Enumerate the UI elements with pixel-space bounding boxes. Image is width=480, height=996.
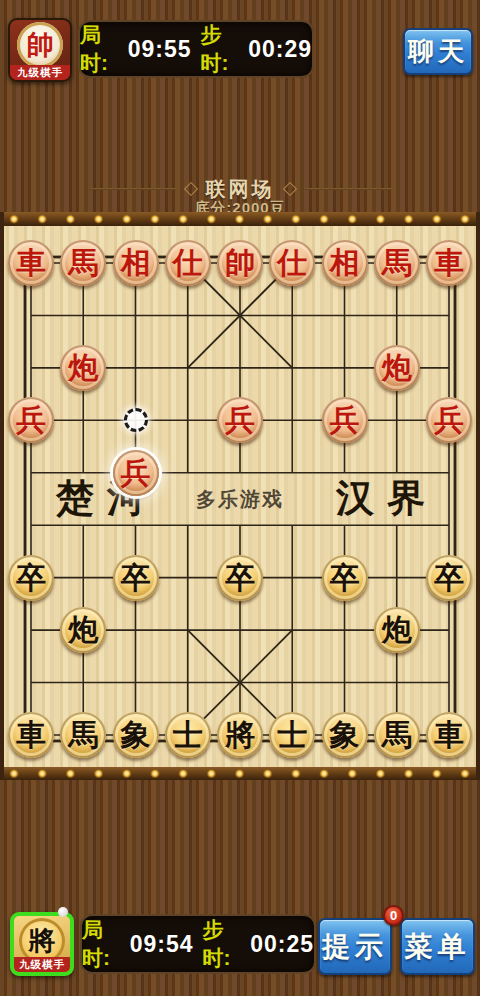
piece-black-炮[interactable]: 炮 xyxy=(374,607,420,653)
bottom-game-time-value: 09:54 xyxy=(130,931,194,958)
piece-red-車[interactable]: 車 xyxy=(8,240,54,286)
bottom-player-rank: 九级棋手 xyxy=(14,957,70,972)
board-point-r1c3 xyxy=(162,289,214,341)
piece-red-炮[interactable]: 炮 xyxy=(374,345,420,391)
board-point-r6c6: 卒 xyxy=(318,551,370,603)
board-point-r1c1 xyxy=(57,289,109,341)
piece-red-帥[interactable]: 帥 xyxy=(217,240,263,286)
board-point-r0c1: 馬 xyxy=(57,237,109,289)
board-point-r8c2 xyxy=(109,656,161,708)
board-point-r3c2[interactable] xyxy=(109,394,161,446)
board-point-r4c3 xyxy=(162,447,214,499)
bottom-move-time-label: 步时: xyxy=(203,916,242,972)
bottom-player-avatar[interactable]: 將 九级棋手 xyxy=(10,912,74,976)
board-point-r7c3 xyxy=(162,604,214,656)
board-point-r4c1 xyxy=(57,447,109,499)
piece-red-車[interactable]: 車 xyxy=(426,240,472,286)
board-frame-top xyxy=(0,212,480,226)
top-move-time-label: 步时: xyxy=(201,21,240,77)
board-point-r1c0 xyxy=(5,289,57,341)
board-point-r1c7 xyxy=(371,289,423,341)
bottom-player-clock: 局时: 09:54 步时: 00:25 xyxy=(80,914,316,974)
board-point-r8c6 xyxy=(318,656,370,708)
board-point-r4c5 xyxy=(266,447,318,499)
board-point-r6c0: 卒 xyxy=(5,551,57,603)
chat-button[interactable]: 聊天 xyxy=(403,28,473,75)
board-point-r4c2: 兵 xyxy=(109,447,161,499)
board-point-r1c5 xyxy=(266,289,318,341)
board-point-r6c8: 卒 xyxy=(423,551,475,603)
board-point-r7c4 xyxy=(214,604,266,656)
red-general-avatar-piece: 帥 xyxy=(17,22,63,68)
board-point-r8c4 xyxy=(214,656,266,708)
board-point-r9c6: 象 xyxy=(318,709,370,761)
board-point-r2c7: 炮 xyxy=(371,342,423,394)
board-point-r0c4: 帥 xyxy=(214,237,266,289)
board-point-r8c0 xyxy=(5,656,57,708)
piece-red-相[interactable]: 相 xyxy=(322,240,368,286)
board-point-r4c4 xyxy=(214,447,266,499)
hint-button[interactable]: 提示 xyxy=(318,918,392,975)
piece-red-兵[interactable]: 兵 xyxy=(113,450,159,496)
piece-black-馬[interactable]: 馬 xyxy=(60,712,106,758)
board-point-r9c2: 象 xyxy=(109,709,161,761)
board-point-r2c5 xyxy=(266,342,318,394)
board-point-r0c7: 馬 xyxy=(371,237,423,289)
board-point-r4c7 xyxy=(371,447,423,499)
board-point-r5c2 xyxy=(109,499,161,551)
board-point-r2c8 xyxy=(423,342,475,394)
board-point-r7c8 xyxy=(423,604,475,656)
bottom-game-time-label: 局时: xyxy=(82,916,121,972)
board-frame-bottom xyxy=(0,767,480,780)
bottom-move-time-value: 00:25 xyxy=(250,931,314,958)
last-move-origin-marker xyxy=(124,408,148,432)
piece-black-將[interactable]: 將 xyxy=(217,712,263,758)
piece-black-卒[interactable]: 卒 xyxy=(322,555,368,601)
board-point-r3c4: 兵 xyxy=(214,394,266,446)
board-point-r0c5: 仕 xyxy=(266,237,318,289)
board-point-r1c4 xyxy=(214,289,266,341)
arena-deco-diamond-left xyxy=(183,182,197,196)
piece-black-馬[interactable]: 馬 xyxy=(374,712,420,758)
arena-deco-line-left xyxy=(90,188,176,190)
piece-black-車[interactable]: 車 xyxy=(8,712,54,758)
board-point-r9c5: 士 xyxy=(266,709,318,761)
board-point-r2c3 xyxy=(162,342,214,394)
board-point-r0c2: 相 xyxy=(109,237,161,289)
board-point-r8c3 xyxy=(162,656,214,708)
board-point-r7c7: 炮 xyxy=(371,604,423,656)
piece-black-卒[interactable]: 卒 xyxy=(8,555,54,601)
board-point-r8c7 xyxy=(371,656,423,708)
board-point-r9c3: 士 xyxy=(162,709,214,761)
board-point-r6c2: 卒 xyxy=(109,551,161,603)
board-point-r1c8 xyxy=(423,289,475,341)
piece-red-相[interactable]: 相 xyxy=(113,240,159,286)
board-point-r7c0 xyxy=(5,604,57,656)
top-player-rank: 九级棋手 xyxy=(10,65,70,80)
board-point-r4c8 xyxy=(423,447,475,499)
board-frame-right xyxy=(476,212,480,780)
board-point-r2c6 xyxy=(318,342,370,394)
board-point-r4c0 xyxy=(5,447,57,499)
board-point-r0c6: 相 xyxy=(318,237,370,289)
arena-caption-row: 联网场 xyxy=(0,178,480,200)
menu-button[interactable]: 菜单 xyxy=(400,918,475,975)
arena-deco-diamond-right xyxy=(282,182,296,196)
board-point-r6c5 xyxy=(266,551,318,603)
board-point-r7c1: 炮 xyxy=(57,604,109,656)
board-point-r7c5 xyxy=(266,604,318,656)
piece-black-卒[interactable]: 卒 xyxy=(217,555,263,601)
piece-black-象[interactable]: 象 xyxy=(322,712,368,758)
piece-black-卒[interactable]: 卒 xyxy=(113,555,159,601)
board-point-r3c8: 兵 xyxy=(423,394,475,446)
top-player-avatar[interactable]: 帥 九级棋手 xyxy=(8,18,72,82)
board-point-r2c1: 炮 xyxy=(57,342,109,394)
board-point-r5c1 xyxy=(57,499,109,551)
top-game-time-label: 局时: xyxy=(80,21,119,77)
xiangqi-board[interactable]: 楚河 汉界 多乐游戏 車馬相仕帥仕相馬車炮炮兵兵兵兵兵卒卒卒卒卒炮炮車馬象士將士… xyxy=(0,226,480,767)
board-point-r9c0: 車 xyxy=(5,709,57,761)
top-player-clock: 局时: 09:55 步时: 00:29 xyxy=(78,20,314,78)
game-screen: { "game": "xiangqi (Chinese chess)", "ch… xyxy=(0,0,480,996)
board-point-r5c5 xyxy=(266,499,318,551)
board-point-r5c4 xyxy=(214,499,266,551)
piece-black-車[interactable]: 車 xyxy=(426,712,472,758)
piece-red-兵[interactable]: 兵 xyxy=(217,397,263,443)
board-point-r7c6 xyxy=(318,604,370,656)
top-move-time-value: 00:29 xyxy=(248,36,312,63)
board-point-r1c2 xyxy=(109,289,161,341)
board-point-r7c2 xyxy=(109,604,161,656)
board-point-r3c1 xyxy=(57,394,109,446)
board-point-r3c3 xyxy=(162,394,214,446)
board-point-r5c7 xyxy=(371,499,423,551)
board-frame-left xyxy=(0,212,4,780)
board-point-r6c3 xyxy=(162,551,214,603)
arena-deco-line-right xyxy=(305,188,391,190)
piece-black-炮[interactable]: 炮 xyxy=(60,607,106,653)
piece-red-兵[interactable]: 兵 xyxy=(8,397,54,443)
board-point-r2c0 xyxy=(5,342,57,394)
board-point-r8c1 xyxy=(57,656,109,708)
piece-black-士[interactable]: 士 xyxy=(165,712,211,758)
piece-black-士[interactable]: 士 xyxy=(269,712,315,758)
board-pieces-grid: 車馬相仕帥仕相馬車炮炮兵兵兵兵兵卒卒卒卒卒炮炮車馬象士將士象馬車 xyxy=(5,237,475,761)
board-point-r9c7: 馬 xyxy=(371,709,423,761)
board-point-r1c6 xyxy=(318,289,370,341)
board-point-r0c3: 仕 xyxy=(162,237,214,289)
board-point-r9c1: 馬 xyxy=(57,709,109,761)
piece-red-炮[interactable]: 炮 xyxy=(60,345,106,391)
board-point-r3c7 xyxy=(371,394,423,446)
piece-black-卒[interactable]: 卒 xyxy=(426,555,472,601)
piece-red-仕[interactable]: 仕 xyxy=(269,240,315,286)
board-point-r5c0 xyxy=(5,499,57,551)
piece-red-馬[interactable]: 馬 xyxy=(60,240,106,286)
board-point-r6c7 xyxy=(371,551,423,603)
board-point-r2c4 xyxy=(214,342,266,394)
board-point-r5c6 xyxy=(318,499,370,551)
board-point-r4c6 xyxy=(318,447,370,499)
presence-dot xyxy=(58,907,68,917)
piece-red-兵[interactable]: 兵 xyxy=(322,397,368,443)
piece-red-兵[interactable]: 兵 xyxy=(426,397,472,443)
board-point-r6c4: 卒 xyxy=(214,551,266,603)
board-point-r5c3 xyxy=(162,499,214,551)
board-point-r9c8: 車 xyxy=(423,709,475,761)
board-point-r2c2 xyxy=(109,342,161,394)
board-point-r0c0: 車 xyxy=(5,237,57,289)
piece-black-象[interactable]: 象 xyxy=(113,712,159,758)
board-point-r5c8 xyxy=(423,499,475,551)
board-point-r8c5 xyxy=(266,656,318,708)
piece-red-仕[interactable]: 仕 xyxy=(165,240,211,286)
board-point-r3c0: 兵 xyxy=(5,394,57,446)
hint-badge: 0 xyxy=(383,905,404,926)
board-point-r6c1 xyxy=(57,551,109,603)
board-point-r3c5 xyxy=(266,394,318,446)
board-point-r0c8: 車 xyxy=(423,237,475,289)
top-game-time-value: 09:55 xyxy=(128,36,192,63)
board-point-r8c8 xyxy=(423,656,475,708)
board-point-r9c4: 將 xyxy=(214,709,266,761)
piece-red-馬[interactable]: 馬 xyxy=(374,240,420,286)
board-point-r3c6: 兵 xyxy=(318,394,370,446)
